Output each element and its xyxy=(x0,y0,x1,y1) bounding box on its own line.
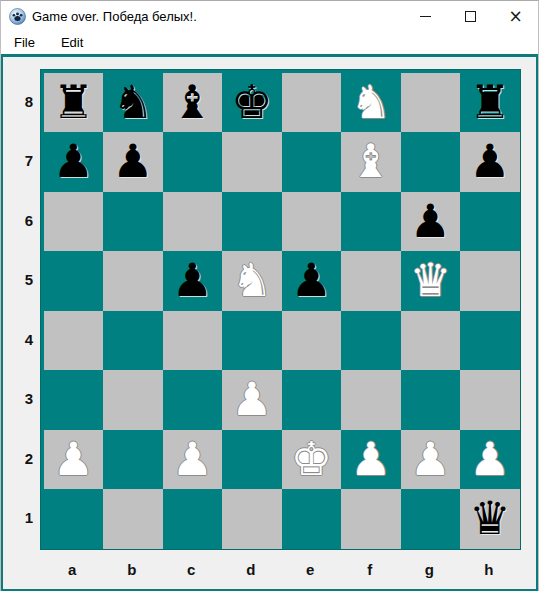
piece-black-rook[interactable]: ♜ xyxy=(53,73,94,133)
square-a5[interactable] xyxy=(44,251,104,311)
square-a8[interactable]: ♜ xyxy=(44,73,104,133)
square-b1[interactable] xyxy=(103,489,163,549)
square-e7[interactable] xyxy=(282,132,342,192)
piece-black-pawn[interactable]: ♟ xyxy=(469,132,510,192)
rank-label-5: 5 xyxy=(3,250,38,310)
square-b7[interactable]: ♟ xyxy=(103,132,163,192)
square-e1[interactable] xyxy=(282,489,342,549)
square-b4[interactable] xyxy=(103,311,163,371)
piece-white-knight[interactable]: ♞ xyxy=(231,251,272,311)
piece-white-knight[interactable]: ♞ xyxy=(350,73,391,133)
square-f2[interactable]: ♟ xyxy=(341,430,401,490)
square-h4[interactable] xyxy=(460,311,520,371)
square-h7[interactable]: ♟ xyxy=(460,132,520,192)
square-c4[interactable] xyxy=(163,311,223,371)
file-label-d: d xyxy=(221,552,281,586)
board-border: ♜♞♝♚♞♜♟♟♝♟♟♟♞♟♛♟♟♟♚♟♟♟♛ xyxy=(40,69,521,550)
rank-label-3: 3 xyxy=(3,369,38,429)
square-c3[interactable] xyxy=(163,370,223,430)
square-h3[interactable] xyxy=(460,370,520,430)
file-label-a: a xyxy=(43,552,103,586)
square-g1[interactable] xyxy=(401,489,461,549)
square-e4[interactable] xyxy=(282,311,342,371)
piece-black-pawn[interactable]: ♟ xyxy=(410,192,451,252)
square-e2[interactable]: ♚ xyxy=(282,430,342,490)
title-bar: Game over. Победа белых!. × xyxy=(1,1,538,31)
square-d4[interactable] xyxy=(222,311,282,371)
square-b6[interactable] xyxy=(103,192,163,252)
square-e8[interactable] xyxy=(282,73,342,133)
close-icon: × xyxy=(508,8,522,25)
maximize-icon xyxy=(465,11,476,22)
square-d7[interactable] xyxy=(222,132,282,192)
square-d5[interactable]: ♞ xyxy=(222,251,282,311)
piece-white-pawn[interactable]: ♟ xyxy=(350,430,391,490)
square-h5[interactable] xyxy=(460,251,520,311)
file-label-g: g xyxy=(400,552,460,586)
square-f7[interactable]: ♝ xyxy=(341,132,401,192)
menu-edit[interactable]: Edit xyxy=(58,33,86,52)
square-b3[interactable] xyxy=(103,370,163,430)
menu-file[interactable]: File xyxy=(11,33,38,52)
square-c8[interactable]: ♝ xyxy=(163,73,223,133)
square-b5[interactable] xyxy=(103,251,163,311)
square-a6[interactable] xyxy=(44,192,104,252)
square-c7[interactable] xyxy=(163,132,223,192)
piece-white-pawn[interactable]: ♟ xyxy=(231,370,272,430)
square-a1[interactable] xyxy=(44,489,104,549)
file-label-f: f xyxy=(340,552,400,586)
piece-black-king[interactable]: ♚ xyxy=(231,73,272,133)
rank-label-1: 1 xyxy=(3,488,38,548)
square-e6[interactable] xyxy=(282,192,342,252)
square-h1[interactable]: ♛ xyxy=(460,489,520,549)
square-a3[interactable] xyxy=(44,370,104,430)
window-title: Game over. Победа белых!. xyxy=(32,9,403,24)
piece-white-queen[interactable]: ♛ xyxy=(410,251,451,311)
client-area: 87654321 ♜♞♝♚♞♜♟♟♝♟♟♟♞♟♛♟♟♟♚♟♟♟♛ abcdefg… xyxy=(1,54,538,591)
square-e5[interactable]: ♟ xyxy=(282,251,342,311)
file-labels: abcdefgh xyxy=(43,552,519,586)
square-d1[interactable] xyxy=(222,489,282,549)
piece-black-pawn[interactable]: ♟ xyxy=(112,132,153,192)
square-g5[interactable]: ♛ xyxy=(401,251,461,311)
square-g4[interactable] xyxy=(401,311,461,371)
piece-black-pawn[interactable]: ♟ xyxy=(172,251,213,311)
square-c2[interactable]: ♟ xyxy=(163,430,223,490)
square-g7[interactable] xyxy=(401,132,461,192)
square-d2[interactable] xyxy=(222,430,282,490)
square-h8[interactable]: ♜ xyxy=(460,73,520,133)
square-e3[interactable] xyxy=(282,370,342,430)
rank-label-6: 6 xyxy=(3,191,38,251)
square-d3[interactable]: ♟ xyxy=(222,370,282,430)
piece-black-queen[interactable]: ♛ xyxy=(469,489,510,549)
square-a2[interactable]: ♟ xyxy=(44,430,104,490)
square-g8[interactable] xyxy=(401,73,461,133)
square-h2[interactable]: ♟ xyxy=(460,430,520,490)
chess-board: ♜♞♝♚♞♜♟♟♝♟♟♟♞♟♛♟♟♟♚♟♟♟♛ xyxy=(44,73,520,549)
piece-black-knight[interactable]: ♞ xyxy=(112,73,153,133)
rank-label-8: 8 xyxy=(3,72,38,132)
square-c5[interactable]: ♟ xyxy=(163,251,223,311)
rank-label-2: 2 xyxy=(3,429,38,489)
minimize-icon xyxy=(420,16,431,17)
piece-white-bishop[interactable]: ♝ xyxy=(350,132,391,192)
square-b2[interactable] xyxy=(103,430,163,490)
file-label-b: b xyxy=(102,552,162,586)
file-label-c: c xyxy=(162,552,222,586)
app-window: Game over. Победа белых!. × File Edit 87… xyxy=(0,0,539,591)
square-g6[interactable]: ♟ xyxy=(401,192,461,252)
maximize-button[interactable] xyxy=(448,1,493,31)
paw-icon xyxy=(9,8,26,25)
menu-bar: File Edit xyxy=(1,31,538,54)
square-d8[interactable]: ♚ xyxy=(222,73,282,133)
square-f6[interactable] xyxy=(341,192,401,252)
rank-label-7: 7 xyxy=(3,131,38,191)
piece-black-rook[interactable]: ♜ xyxy=(469,73,510,133)
square-b8[interactable]: ♞ xyxy=(103,73,163,133)
square-f1[interactable] xyxy=(341,489,401,549)
piece-white-pawn[interactable]: ♟ xyxy=(53,430,94,490)
square-a4[interactable] xyxy=(44,311,104,371)
file-label-h: h xyxy=(459,552,519,586)
rank-label-4: 4 xyxy=(3,310,38,370)
square-c6[interactable] xyxy=(163,192,223,252)
square-f5[interactable] xyxy=(341,251,401,311)
square-d6[interactable] xyxy=(222,192,282,252)
square-h6[interactable] xyxy=(460,192,520,252)
square-f3[interactable] xyxy=(341,370,401,430)
square-a7[interactable]: ♟ xyxy=(44,132,104,192)
square-f8[interactable]: ♞ xyxy=(341,73,401,133)
square-f4[interactable] xyxy=(341,311,401,371)
piece-white-king[interactable]: ♚ xyxy=(291,430,332,490)
piece-white-pawn[interactable]: ♟ xyxy=(410,430,451,490)
rank-labels: 87654321 xyxy=(3,72,38,548)
piece-black-pawn[interactable]: ♟ xyxy=(291,251,332,311)
close-button[interactable]: × xyxy=(493,1,538,31)
square-c1[interactable] xyxy=(163,489,223,549)
piece-white-pawn[interactable]: ♟ xyxy=(172,430,213,490)
file-label-e: e xyxy=(281,552,341,586)
piece-white-pawn[interactable]: ♟ xyxy=(469,430,510,490)
piece-black-pawn[interactable]: ♟ xyxy=(53,132,94,192)
square-g2[interactable]: ♟ xyxy=(401,430,461,490)
piece-black-bishop[interactable]: ♝ xyxy=(172,73,213,133)
window-controls: × xyxy=(403,1,538,31)
minimize-button[interactable] xyxy=(403,1,448,31)
square-g3[interactable] xyxy=(401,370,461,430)
